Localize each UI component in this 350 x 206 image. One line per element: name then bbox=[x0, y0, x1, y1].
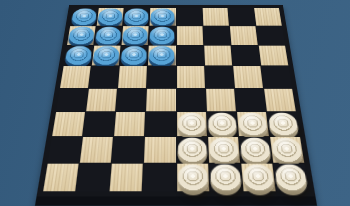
square-c5[interactable] bbox=[118, 66, 147, 87]
checker-piece-blue[interactable] bbox=[150, 27, 175, 45]
square-b4[interactable] bbox=[86, 88, 117, 111]
square-b8[interactable] bbox=[97, 8, 124, 26]
square-a5[interactable] bbox=[60, 66, 91, 87]
square-c7[interactable] bbox=[122, 26, 149, 45]
square-b3[interactable] bbox=[83, 112, 115, 136]
square-b1[interactable] bbox=[76, 164, 111, 192]
checker-piece-blue[interactable] bbox=[92, 46, 120, 65]
checker-piece-blue[interactable] bbox=[150, 8, 175, 25]
square-g7[interactable] bbox=[230, 26, 258, 45]
square-e7[interactable] bbox=[176, 26, 202, 45]
square-g1[interactable] bbox=[241, 164, 276, 192]
square-f1[interactable] bbox=[209, 164, 242, 192]
checker-piece-white[interactable] bbox=[271, 137, 304, 162]
checker-piece-white[interactable] bbox=[267, 112, 299, 135]
square-e8[interactable] bbox=[176, 8, 202, 26]
square-c3[interactable] bbox=[114, 112, 145, 136]
checker-piece-white[interactable] bbox=[274, 164, 308, 191]
checker-piece-white[interactable] bbox=[177, 112, 206, 135]
square-b2[interactable] bbox=[80, 137, 113, 163]
square-d1[interactable] bbox=[143, 164, 175, 192]
square-c1[interactable] bbox=[110, 164, 143, 192]
square-h7[interactable] bbox=[256, 26, 285, 45]
square-f4[interactable] bbox=[206, 88, 236, 111]
square-b5[interactable] bbox=[89, 66, 119, 87]
checker-piece-blue[interactable] bbox=[71, 8, 98, 25]
square-e2[interactable] bbox=[177, 137, 208, 163]
square-d7[interactable] bbox=[149, 26, 175, 45]
square-a6[interactable] bbox=[64, 46, 94, 66]
square-d8[interactable] bbox=[150, 8, 176, 26]
square-h6[interactable] bbox=[259, 46, 289, 66]
square-f2[interactable] bbox=[208, 137, 240, 163]
checker-piece-white[interactable] bbox=[237, 112, 268, 135]
square-f5[interactable] bbox=[205, 66, 234, 87]
square-h1[interactable] bbox=[273, 164, 309, 192]
square-d6[interactable] bbox=[148, 46, 175, 66]
checker-piece-white[interactable] bbox=[177, 164, 208, 191]
square-a2[interactable] bbox=[48, 137, 82, 163]
square-a3[interactable] bbox=[52, 112, 85, 136]
square-d3[interactable] bbox=[145, 112, 175, 136]
square-f8[interactable] bbox=[202, 8, 228, 26]
square-a8[interactable] bbox=[70, 8, 98, 26]
checker-piece-white[interactable] bbox=[209, 164, 241, 191]
square-f6[interactable] bbox=[204, 46, 232, 66]
square-c8[interactable] bbox=[123, 8, 149, 26]
square-d5[interactable] bbox=[147, 66, 175, 87]
checker-piece-blue[interactable] bbox=[121, 46, 148, 65]
checker-piece-blue[interactable] bbox=[68, 27, 96, 45]
checkers-board bbox=[37, 5, 316, 196]
square-h5[interactable] bbox=[261, 66, 292, 87]
checker-piece-blue[interactable] bbox=[64, 46, 93, 65]
square-g5[interactable] bbox=[233, 66, 263, 87]
square-a7[interactable] bbox=[67, 26, 96, 45]
square-e1[interactable] bbox=[177, 164, 209, 192]
square-h3[interactable] bbox=[267, 112, 300, 136]
square-a4[interactable] bbox=[56, 88, 88, 111]
square-h8[interactable] bbox=[254, 8, 282, 26]
square-g3[interactable] bbox=[237, 112, 269, 136]
square-f3[interactable] bbox=[207, 112, 238, 136]
square-h4[interactable] bbox=[264, 88, 296, 111]
checker-piece-white[interactable] bbox=[242, 164, 275, 191]
square-e4[interactable] bbox=[177, 88, 206, 111]
checker-piece-blue[interactable] bbox=[122, 27, 148, 45]
square-e6[interactable] bbox=[176, 46, 203, 66]
square-c2[interactable] bbox=[112, 137, 144, 163]
checker-piece-white[interactable] bbox=[177, 137, 207, 162]
square-d4[interactable] bbox=[146, 88, 175, 111]
square-b6[interactable] bbox=[92, 46, 121, 66]
checker-piece-white[interactable] bbox=[208, 137, 239, 162]
square-f7[interactable] bbox=[203, 26, 230, 45]
square-c4[interactable] bbox=[116, 88, 146, 111]
checker-piece-blue[interactable] bbox=[149, 46, 175, 65]
square-d2[interactable] bbox=[144, 137, 175, 163]
square-a1[interactable] bbox=[43, 164, 79, 192]
square-e3[interactable] bbox=[177, 112, 207, 136]
checker-piece-blue[interactable] bbox=[124, 8, 149, 25]
square-g6[interactable] bbox=[231, 46, 260, 66]
square-g8[interactable] bbox=[228, 8, 255, 26]
square-c6[interactable] bbox=[120, 46, 148, 66]
checker-piece-blue[interactable] bbox=[95, 27, 122, 45]
game-scene bbox=[0, 0, 350, 206]
checker-piece-white[interactable] bbox=[239, 137, 271, 162]
square-h2[interactable] bbox=[270, 137, 304, 163]
checker-piece-white[interactable] bbox=[207, 112, 237, 135]
square-b7[interactable] bbox=[94, 26, 122, 45]
square-g4[interactable] bbox=[235, 88, 266, 111]
square-g2[interactable] bbox=[239, 137, 272, 163]
checker-piece-blue[interactable] bbox=[97, 8, 123, 25]
square-e5[interactable] bbox=[176, 66, 204, 87]
